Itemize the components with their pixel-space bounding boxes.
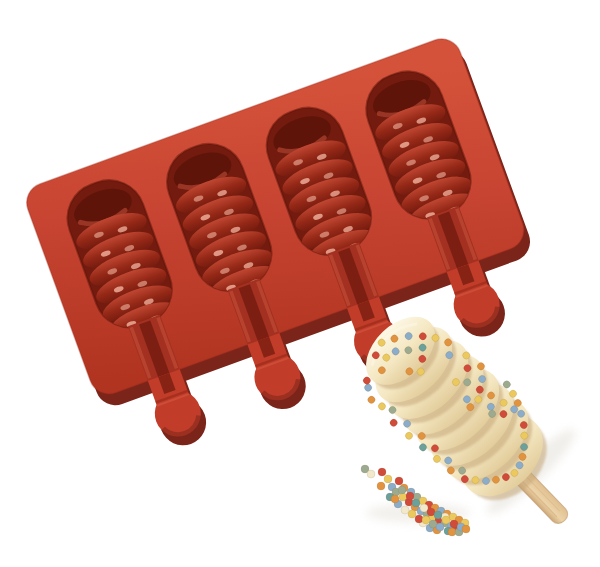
sprinkle <box>415 515 423 523</box>
sprinkle <box>406 492 414 500</box>
sprinkle <box>398 486 406 494</box>
sprinkle <box>420 504 428 512</box>
sprinkle <box>434 511 442 519</box>
sprinkle <box>442 516 450 524</box>
sprinkle <box>436 523 444 531</box>
photo-stage <box>0 0 600 567</box>
sprinkle <box>391 495 399 503</box>
sprinkle <box>422 516 430 524</box>
product-photo <box>0 0 600 567</box>
sprinkle <box>384 475 392 483</box>
sprinkle <box>367 470 375 478</box>
sprinkle <box>378 468 386 476</box>
sprinkle <box>412 499 420 507</box>
sprinkle <box>408 510 416 518</box>
sprinkle <box>377 482 385 490</box>
sprinkle <box>401 506 409 514</box>
sprinkle <box>395 477 403 485</box>
sprinkle <box>462 525 470 533</box>
